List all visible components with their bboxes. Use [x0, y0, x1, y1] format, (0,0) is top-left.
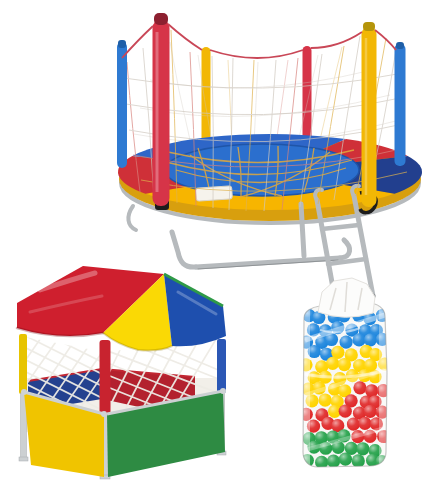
pole-cap [363, 22, 375, 31]
rail-clamp [21, 389, 27, 395]
corner-post-yellow [19, 334, 27, 394]
net-pole-blue-left [117, 42, 127, 168]
trampoline [117, 13, 422, 302]
ladder-rung [322, 225, 359, 229]
net-pole-yellow-back [202, 47, 211, 152]
pole-cap [154, 13, 168, 25]
ball-bag [299, 278, 391, 469]
net-pole-red-left [153, 20, 170, 206]
pole-cap [396, 42, 404, 49]
mat-label [196, 186, 233, 201]
rail-clamp [220, 388, 226, 394]
ball-pit-tent [0, 266, 228, 479]
roof-blue-panel [164, 274, 226, 346]
product-photo [0, 0, 427, 500]
net-pole-yellow-right [362, 27, 377, 207]
pole-cap [118, 40, 126, 48]
corner-post-red [100, 340, 111, 415]
net-pole-red-back [303, 46, 312, 146]
net-pole-blue-right [395, 44, 406, 166]
rail-clamp [101, 411, 107, 417]
corner-post-blue [217, 339, 226, 393]
